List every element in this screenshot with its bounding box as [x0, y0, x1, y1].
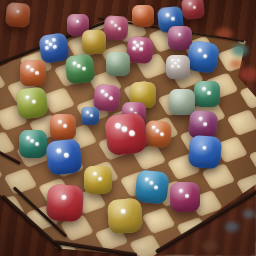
die-orange[interactable] [5, 2, 31, 28]
die-pip [118, 27, 121, 30]
die-blue[interactable] [45, 138, 82, 175]
die-highlight [103, 15, 129, 41]
die-pip [35, 71, 39, 75]
die-pip [202, 87, 206, 91]
paint-stain [202, 240, 218, 251]
die-green[interactable] [65, 54, 95, 84]
die-pip [128, 130, 135, 137]
die-highlight [19, 130, 47, 158]
die-red[interactable] [104, 112, 149, 157]
die-highlight [132, 5, 154, 27]
die-red[interactable] [46, 184, 84, 222]
die-highlight [65, 54, 95, 84]
die-pip [177, 59, 180, 62]
die-pip [26, 136, 30, 140]
die-blue[interactable] [186, 40, 220, 74]
die-magenta[interactable] [170, 182, 200, 212]
die-pip [178, 33, 181, 36]
die-pip [132, 46, 136, 50]
die-pip [90, 114, 93, 117]
die-orange[interactable] [144, 120, 172, 148]
die-sage[interactable] [169, 89, 195, 115]
die-yellow[interactable] [107, 198, 143, 234]
die-pip [72, 61, 76, 65]
die-orange[interactable] [20, 60, 46, 86]
die-lime[interactable] [16, 87, 49, 120]
die-highlight [169, 89, 195, 115]
paint-stain [239, 67, 256, 81]
die-orange[interactable] [132, 5, 154, 27]
die-pip [58, 120, 62, 124]
die-pip [193, 5, 196, 8]
die-blue[interactable] [38, 32, 70, 64]
die-highlight [20, 60, 46, 86]
die-teal-green[interactable] [194, 81, 220, 107]
die-cyan[interactable] [134, 169, 169, 204]
die-highlight [46, 184, 84, 222]
die-highlight [82, 30, 106, 54]
die-pip [35, 142, 39, 146]
die-highlight [134, 169, 169, 204]
die-highlight [181, 0, 205, 20]
die-blue[interactable] [81, 107, 99, 125]
die-pip [207, 91, 211, 95]
tabletop-photo [0, 0, 256, 256]
die-blush[interactable] [166, 55, 190, 79]
die-red[interactable] [181, 0, 205, 20]
die-highlight [5, 2, 31, 28]
die-sage[interactable] [106, 52, 130, 76]
die-teal[interactable] [19, 130, 47, 158]
die-highlight [104, 112, 149, 157]
die-pip [16, 10, 19, 13]
die-pip [108, 96, 112, 100]
die-yellow[interactable] [82, 30, 106, 54]
paint-stain [232, 44, 248, 55]
die-highlight [107, 198, 143, 234]
die-orange[interactable] [50, 114, 76, 140]
die-highlight [144, 120, 172, 148]
die-pip [139, 41, 143, 45]
paint-stain [225, 222, 239, 232]
die-yellow[interactable] [84, 166, 112, 194]
die-blue[interactable] [188, 135, 223, 170]
die-highlight [106, 52, 130, 76]
die-pip [63, 124, 67, 128]
die-highlight [188, 135, 223, 170]
die-pip [130, 108, 133, 111]
die-pip [171, 65, 174, 68]
die-pink[interactable] [103, 15, 129, 41]
die-pip [114, 23, 117, 26]
die-pip [202, 145, 206, 149]
die-pip [121, 209, 126, 214]
die-pip [159, 132, 163, 136]
